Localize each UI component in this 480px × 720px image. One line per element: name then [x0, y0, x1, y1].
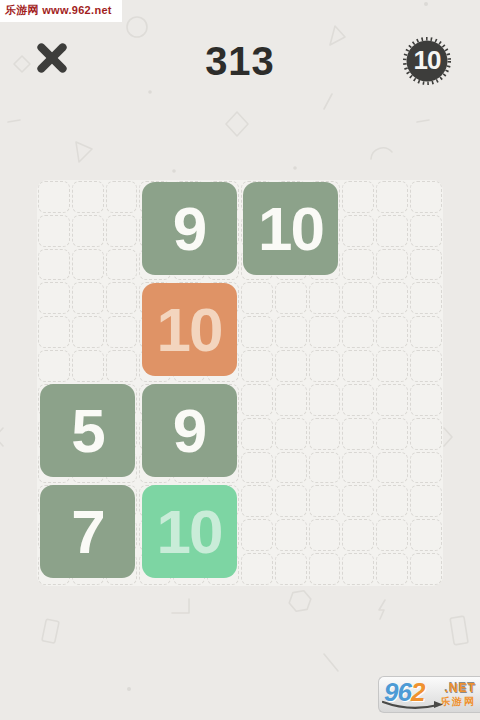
decor-lightning-icon	[379, 600, 385, 619]
tile-r2c0-5[interactable]: 5	[40, 384, 135, 477]
site-logo: 962 .NET 乐游网	[378, 676, 480, 713]
tile-r2c1-9[interactable]: 9	[142, 384, 237, 477]
tile-r0c1-9[interactable]: 9	[142, 182, 237, 275]
decor-arc-icon	[371, 148, 392, 159]
decor-dot-icon	[172, 169, 176, 173]
decor-rect-icon	[42, 619, 59, 643]
game-board: 9101059710	[37, 180, 443, 586]
tile-r0c2-10[interactable]: 10	[243, 182, 338, 275]
decor-dash-icon	[417, 120, 429, 122]
decor-dash-icon	[8, 120, 20, 122]
max-tile-badge[interactable]: 10	[400, 34, 454, 88]
tile-layer: 9101059710	[37, 180, 443, 586]
decor-slash-icon	[324, 654, 338, 671]
decor-corner-icon	[172, 599, 189, 613]
decor-chevron-icon	[0, 428, 3, 446]
decor-chevron-icon	[444, 428, 452, 446]
game-screen: 乐游网 www.962.net 313 10 9101059710 962 .N…	[0, 0, 480, 720]
badge-value: 10	[400, 34, 454, 88]
decor-hexagon-icon	[289, 591, 311, 612]
decor-dot-icon	[127, 687, 131, 691]
decor-diamond-icon	[226, 112, 248, 136]
watermark-top: 乐游网 www.962.net	[0, 0, 122, 22]
tile-r3c1-10[interactable]: 10	[142, 485, 237, 578]
watermark-text: 乐游网 www.962.net	[5, 4, 112, 16]
decor-triangle-icon	[76, 142, 92, 162]
decor-rect-icon	[450, 616, 468, 645]
logo-swoosh-icon	[382, 700, 446, 711]
decor-dot-icon	[293, 166, 297, 170]
tile-r1c1-10[interactable]: 10	[142, 283, 237, 376]
tile-r3c0-7[interactable]: 7	[40, 485, 135, 578]
logo-net-text: .NET	[445, 681, 476, 695]
